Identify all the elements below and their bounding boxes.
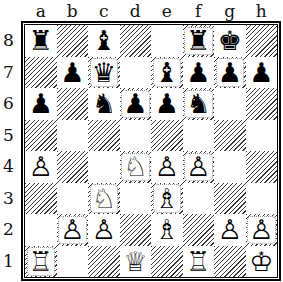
piece-black-pawn: ♟ — [214, 57, 246, 89]
square-b5[interactable] — [57, 120, 89, 152]
square-d8[interactable] — [120, 25, 152, 57]
square-e1[interactable] — [151, 246, 183, 278]
piece-black-bishop: ♝ — [88, 25, 120, 57]
chess-board-frame: ♜♝♜♚♟♛♝♟♟♟♟♞♟♟♞♙♘♙♙♘♗♙♙♗♙♙♖♕♖♔ — [21, 21, 281, 281]
piece-white-king: ♔ — [246, 246, 278, 278]
square-d5[interactable] — [120, 120, 152, 152]
square-f3[interactable] — [183, 183, 215, 215]
square-g4[interactable] — [214, 151, 246, 183]
square-h8[interactable] — [246, 25, 278, 57]
square-f1[interactable]: ♖ — [183, 246, 215, 278]
piece-black-pawn: ♟ — [151, 88, 183, 120]
square-a8[interactable]: ♜ — [25, 25, 57, 57]
chess-board: ♜♝♜♚♟♛♝♟♟♟♟♞♟♟♞♙♘♙♙♘♗♙♙♗♙♙♖♕♖♔ — [25, 25, 277, 277]
square-g7[interactable]: ♟ — [214, 57, 246, 89]
file-label-b: b — [57, 0, 89, 22]
file-labels: abcdefgh — [25, 0, 277, 21]
square-c8[interactable]: ♝ — [88, 25, 120, 57]
piece-black-bishop: ♝ — [151, 57, 183, 89]
file-label-c: c — [88, 0, 120, 22]
rank-label-8: 8 — [0, 25, 17, 57]
square-a2[interactable] — [25, 214, 57, 246]
square-h7[interactable]: ♟ — [246, 57, 278, 89]
square-e7[interactable]: ♝ — [151, 57, 183, 89]
square-f2[interactable] — [183, 214, 215, 246]
square-e3[interactable]: ♗ — [151, 183, 183, 215]
square-f8[interactable]: ♜ — [183, 25, 215, 57]
square-f4[interactable]: ♙ — [183, 151, 215, 183]
piece-white-queen: ♕ — [120, 246, 152, 278]
piece-white-rook: ♖ — [25, 246, 57, 278]
square-a3[interactable] — [25, 183, 57, 215]
piece-white-pawn: ♙ — [88, 214, 120, 246]
file-label-g: g — [214, 0, 246, 22]
rank-labels: 87654321 — [0, 25, 17, 277]
square-c5[interactable] — [88, 120, 120, 152]
square-e6[interactable]: ♟ — [151, 88, 183, 120]
square-d1[interactable]: ♕ — [120, 246, 152, 278]
square-d6[interactable]: ♟ — [120, 88, 152, 120]
square-g1[interactable] — [214, 246, 246, 278]
piece-black-king: ♚ — [214, 25, 246, 57]
piece-black-pawn: ♟ — [183, 57, 215, 89]
square-e8[interactable] — [151, 25, 183, 57]
piece-white-pawn: ♙ — [246, 214, 278, 246]
square-b7[interactable]: ♟ — [57, 57, 89, 89]
square-h5[interactable] — [246, 120, 278, 152]
rank-label-5: 5 — [0, 120, 17, 152]
square-e4[interactable]: ♙ — [151, 151, 183, 183]
piece-white-pawn: ♙ — [151, 151, 183, 183]
rank-label-2: 2 — [0, 214, 17, 246]
piece-black-pawn: ♟ — [120, 88, 152, 120]
rank-label-3: 3 — [0, 183, 17, 215]
rank-label-6: 6 — [0, 88, 17, 120]
file-label-f: f — [183, 0, 215, 22]
piece-white-pawn: ♙ — [25, 151, 57, 183]
square-b6[interactable] — [57, 88, 89, 120]
piece-black-queen: ♛ — [88, 57, 120, 89]
file-label-d: d — [120, 0, 152, 22]
square-c2[interactable]: ♙ — [88, 214, 120, 246]
square-c1[interactable] — [88, 246, 120, 278]
square-g3[interactable] — [214, 183, 246, 215]
square-d4[interactable]: ♘ — [120, 151, 152, 183]
square-c6[interactable]: ♞ — [88, 88, 120, 120]
square-h4[interactable] — [246, 151, 278, 183]
piece-black-knight: ♞ — [183, 88, 215, 120]
piece-white-bishop: ♗ — [151, 214, 183, 246]
square-h3[interactable] — [246, 183, 278, 215]
square-e2[interactable]: ♗ — [151, 214, 183, 246]
square-b3[interactable] — [57, 183, 89, 215]
piece-white-bishop: ♗ — [151, 183, 183, 215]
square-c4[interactable] — [88, 151, 120, 183]
square-a6[interactable]: ♟ — [25, 88, 57, 120]
square-a7[interactable] — [25, 57, 57, 89]
square-g6[interactable] — [214, 88, 246, 120]
square-f5[interactable] — [183, 120, 215, 152]
piece-white-pawn: ♙ — [214, 214, 246, 246]
piece-white-rook: ♖ — [183, 246, 215, 278]
rank-label-4: 4 — [0, 151, 17, 183]
square-a1[interactable]: ♖ — [25, 246, 57, 278]
file-label-e: e — [151, 0, 183, 22]
square-d2[interactable] — [120, 214, 152, 246]
square-b4[interactable] — [57, 151, 89, 183]
square-c3[interactable]: ♘ — [88, 183, 120, 215]
piece-black-pawn: ♟ — [246, 57, 278, 89]
file-label-h: h — [246, 0, 278, 22]
chess-board-inner-frame: ♜♝♜♚♟♛♝♟♟♟♟♞♟♟♞♙♘♙♙♘♗♙♙♗♙♙♖♕♖♔ — [24, 24, 278, 278]
piece-white-pawn: ♙ — [183, 151, 215, 183]
square-b1[interactable] — [57, 246, 89, 278]
piece-black-rook: ♜ — [183, 25, 215, 57]
piece-white-pawn: ♙ — [57, 214, 89, 246]
square-h6[interactable] — [246, 88, 278, 120]
square-g5[interactable] — [214, 120, 246, 152]
file-label-a: a — [25, 0, 57, 22]
square-h1[interactable]: ♔ — [246, 246, 278, 278]
square-b2[interactable]: ♙ — [57, 214, 89, 246]
square-f6[interactable]: ♞ — [183, 88, 215, 120]
square-d7[interactable] — [120, 57, 152, 89]
square-e5[interactable] — [151, 120, 183, 152]
square-c7[interactable]: ♛ — [88, 57, 120, 89]
rank-label-1: 1 — [0, 246, 17, 278]
rank-label-7: 7 — [0, 57, 17, 89]
square-a4[interactable]: ♙ — [25, 151, 57, 183]
square-g8[interactable]: ♚ — [214, 25, 246, 57]
square-g2[interactable]: ♙ — [214, 214, 246, 246]
square-b8[interactable] — [57, 25, 89, 57]
square-a5[interactable] — [25, 120, 57, 152]
piece-black-pawn: ♟ — [25, 88, 57, 120]
piece-black-pawn: ♟ — [57, 57, 89, 89]
piece-white-knight: ♘ — [88, 183, 120, 215]
piece-white-knight: ♘ — [120, 151, 152, 183]
piece-black-rook: ♜ — [25, 25, 57, 57]
square-d3[interactable] — [120, 183, 152, 215]
square-h2[interactable]: ♙ — [246, 214, 278, 246]
square-f7[interactable]: ♟ — [183, 57, 215, 89]
piece-black-knight: ♞ — [88, 88, 120, 120]
